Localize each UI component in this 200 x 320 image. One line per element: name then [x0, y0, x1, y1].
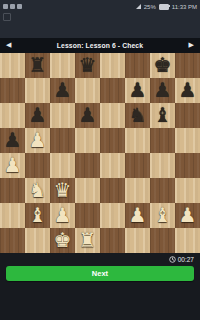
square-a7[interactable]: [0, 78, 25, 103]
square-f8[interactable]: [125, 53, 150, 78]
square-g7[interactable]: ♟: [150, 78, 175, 103]
square-c7[interactable]: ♟: [50, 78, 75, 103]
white-bishop: ♝: [150, 203, 175, 228]
square-c1[interactable]: ♚: [50, 228, 75, 253]
square-e2[interactable]: [100, 203, 125, 228]
square-e7[interactable]: [100, 78, 125, 103]
square-f1[interactable]: [125, 228, 150, 253]
square-d6[interactable]: ♟: [75, 103, 100, 128]
square-h7[interactable]: ♟: [175, 78, 200, 103]
square-h8[interactable]: [175, 53, 200, 78]
next-button[interactable]: Next: [6, 266, 194, 281]
black-queen: ♛: [75, 53, 100, 78]
square-h4[interactable]: [175, 153, 200, 178]
square-a3[interactable]: [0, 178, 25, 203]
square-e8[interactable]: [100, 53, 125, 78]
square-d7[interactable]: [75, 78, 100, 103]
notification-icon: [10, 4, 15, 9]
black-pawn: ♟: [125, 78, 150, 103]
square-c6[interactable]: [50, 103, 75, 128]
square-g4[interactable]: [150, 153, 175, 178]
square-f6[interactable]: ♞: [125, 103, 150, 128]
white-knight: ♞: [25, 178, 50, 203]
square-b4[interactable]: [25, 153, 50, 178]
square-b5[interactable]: ♟: [25, 128, 50, 153]
white-pawn: ♟: [125, 203, 150, 228]
white-king: ♚: [50, 228, 75, 253]
square-e1[interactable]: [100, 228, 125, 253]
square-a5[interactable]: ♟: [0, 128, 25, 153]
square-g3[interactable]: [150, 178, 175, 203]
square-a2[interactable]: [0, 203, 25, 228]
square-g2[interactable]: ♝: [150, 203, 175, 228]
square-d2[interactable]: [75, 203, 100, 228]
square-e5[interactable]: [100, 128, 125, 153]
black-pawn: ♟: [0, 128, 25, 153]
square-b3[interactable]: ♞: [25, 178, 50, 203]
square-h2[interactable]: ♟: [175, 203, 200, 228]
square-c5[interactable]: [50, 128, 75, 153]
lesson-title-bar: ◀ Lesson: Lesson 6 - Check ▶: [0, 38, 200, 53]
square-c2[interactable]: ♟: [50, 203, 75, 228]
timer-row: 00:27: [0, 253, 200, 263]
status-bar: 25% 11:33 PM: [0, 0, 200, 12]
square-a1[interactable]: [0, 228, 25, 253]
square-g8[interactable]: ♚: [150, 53, 175, 78]
square-h5[interactable]: [175, 128, 200, 153]
white-bishop: ♝: [25, 203, 50, 228]
square-f2[interactable]: ♟: [125, 203, 150, 228]
square-f3[interactable]: [125, 178, 150, 203]
square-h3[interactable]: [175, 178, 200, 203]
secondary-status-icon: [3, 13, 11, 21]
square-e6[interactable]: [100, 103, 125, 128]
black-pawn: ♟: [150, 78, 175, 103]
square-b7[interactable]: [25, 78, 50, 103]
lesson-title: Lesson: Lesson 6 - Check: [57, 42, 143, 49]
square-b2[interactable]: ♝: [25, 203, 50, 228]
white-pawn: ♟: [0, 153, 25, 178]
white-pawn: ♟: [25, 128, 50, 153]
square-f7[interactable]: ♟: [125, 78, 150, 103]
square-h6[interactable]: [175, 103, 200, 128]
black-king: ♚: [150, 53, 175, 78]
square-d8[interactable]: ♛: [75, 53, 100, 78]
square-a6[interactable]: [0, 103, 25, 128]
square-a4[interactable]: ♟: [0, 153, 25, 178]
previous-lesson-arrow[interactable]: ◀: [6, 38, 11, 53]
square-c4[interactable]: [50, 153, 75, 178]
square-b8[interactable]: ♜: [25, 53, 50, 78]
black-pawn: ♟: [75, 103, 100, 128]
square-c8[interactable]: [50, 53, 75, 78]
square-h1[interactable]: [175, 228, 200, 253]
status-time: 11:33 PM: [172, 4, 197, 10]
black-pawn: ♟: [25, 103, 50, 128]
square-e4[interactable]: [100, 153, 125, 178]
black-pawn: ♟: [175, 78, 200, 103]
square-c3[interactable]: ♛: [50, 178, 75, 203]
bottom-panel: 00:27 Next: [0, 253, 200, 320]
top-status-area: 25% 11:33 PM: [0, 0, 200, 38]
status-right-cluster: 25% 11:33 PM: [136, 4, 197, 10]
black-knight: ♞: [125, 103, 150, 128]
white-pawn: ♟: [50, 203, 75, 228]
square-d3[interactable]: [75, 178, 100, 203]
square-g1[interactable]: [150, 228, 175, 253]
square-e3[interactable]: [100, 178, 125, 203]
square-g6[interactable]: ♝: [150, 103, 175, 128]
square-g5[interactable]: [150, 128, 175, 153]
square-d5[interactable]: [75, 128, 100, 153]
square-d1[interactable]: ♜: [75, 228, 100, 253]
white-queen: ♛: [50, 178, 75, 203]
battery-percent: 25%: [144, 4, 156, 10]
battery-icon: [159, 4, 169, 10]
white-rook: ♜: [75, 228, 100, 253]
white-pawn: ♟: [175, 203, 200, 228]
square-f4[interactable]: [125, 153, 150, 178]
black-pawn: ♟: [50, 78, 75, 103]
square-d4[interactable]: [75, 153, 100, 178]
black-rook: ♜: [25, 53, 50, 78]
status-notification-icons: [3, 4, 22, 9]
signal-icon: [136, 4, 141, 9]
timer-value: 00:27: [178, 256, 194, 263]
square-b1[interactable]: [25, 228, 50, 253]
next-lesson-arrow[interactable]: ▶: [189, 38, 194, 53]
notification-icon: [3, 4, 8, 9]
square-a8[interactable]: [0, 53, 25, 78]
square-f5[interactable]: [125, 128, 150, 153]
black-bishop: ♝: [150, 103, 175, 128]
chess-board[interactable]: ♜♛♚♟♟♟♟♟♟♞♝♟♟♟♞♛♝♟♟♝♟♚♜: [0, 53, 200, 253]
clock-icon: [169, 256, 176, 263]
notification-icon: [17, 4, 22, 9]
square-b6[interactable]: ♟: [25, 103, 50, 128]
